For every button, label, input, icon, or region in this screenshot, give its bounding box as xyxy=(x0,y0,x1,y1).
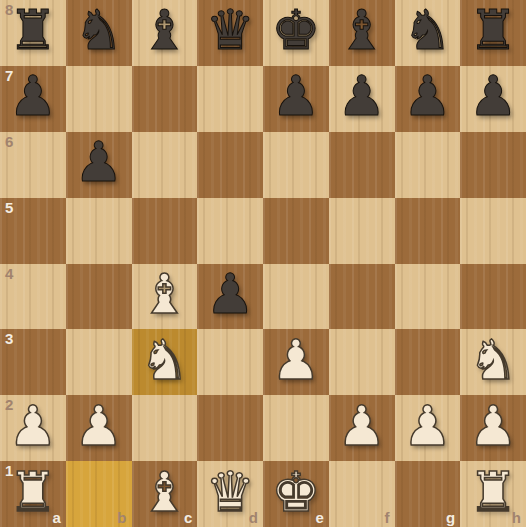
chess-board: 8♜♞♝♛♚♝♞♜7♟♟♟♟♟6♟54♝♟3♞♟♞2♟♟♟♟♟1a♜bc♝d♛e… xyxy=(0,0,526,527)
square-b3[interactable] xyxy=(66,329,132,395)
square-f8[interactable]: ♝ xyxy=(329,0,395,66)
rank-label-4: 4 xyxy=(5,265,13,282)
square-g6[interactable] xyxy=(395,132,461,198)
square-d3[interactable] xyxy=(197,329,263,395)
square-b7[interactable] xyxy=(66,66,132,132)
white-king-e1[interactable]: ♚ xyxy=(271,465,320,524)
rank-label-3: 3 xyxy=(5,330,13,347)
white-bishop-c1[interactable]: ♝ xyxy=(140,465,189,524)
black-bishop-c8[interactable]: ♝ xyxy=(140,3,189,62)
square-e3[interactable]: ♟ xyxy=(263,329,329,395)
square-b6[interactable]: ♟ xyxy=(66,132,132,198)
white-bishop-c4[interactable]: ♝ xyxy=(140,267,189,326)
square-b1[interactable]: b xyxy=(66,461,132,527)
square-h3[interactable]: ♞ xyxy=(460,329,526,395)
square-e2[interactable] xyxy=(263,395,329,461)
file-label-f: f xyxy=(385,509,390,526)
black-bishop-f8[interactable]: ♝ xyxy=(337,3,386,62)
black-rook-h8[interactable]: ♜ xyxy=(468,3,517,62)
white-pawn-e3[interactable]: ♟ xyxy=(271,333,320,392)
black-knight-g8[interactable]: ♞ xyxy=(403,3,452,62)
square-a8[interactable]: 8♜ xyxy=(0,0,66,66)
square-c2[interactable] xyxy=(132,395,198,461)
black-pawn-d4[interactable]: ♟ xyxy=(205,267,254,326)
square-b8[interactable]: ♞ xyxy=(66,0,132,66)
white-knight-c3[interactable]: ♞ xyxy=(140,333,189,392)
white-rook-a1[interactable]: ♜ xyxy=(8,465,57,524)
square-c6[interactable] xyxy=(132,132,198,198)
square-h4[interactable] xyxy=(460,264,526,330)
square-c4[interactable]: ♝ xyxy=(132,264,198,330)
white-queen-d1[interactable]: ♛ xyxy=(205,465,254,524)
black-knight-b8[interactable]: ♞ xyxy=(74,3,123,62)
square-d4[interactable]: ♟ xyxy=(197,264,263,330)
square-f2[interactable]: ♟ xyxy=(329,395,395,461)
file-label-b: b xyxy=(117,509,126,526)
square-b4[interactable] xyxy=(66,264,132,330)
white-pawn-h2[interactable]: ♟ xyxy=(468,399,517,458)
square-d6[interactable] xyxy=(197,132,263,198)
square-h6[interactable] xyxy=(460,132,526,198)
square-e7[interactable]: ♟ xyxy=(263,66,329,132)
square-c8[interactable]: ♝ xyxy=(132,0,198,66)
square-a5[interactable]: 5 xyxy=(0,198,66,264)
white-pawn-f2[interactable]: ♟ xyxy=(337,399,386,458)
square-a7[interactable]: 7♟ xyxy=(0,66,66,132)
black-pawn-f7[interactable]: ♟ xyxy=(337,69,386,128)
square-f4[interactable] xyxy=(329,264,395,330)
square-d5[interactable] xyxy=(197,198,263,264)
square-a2[interactable]: 2♟ xyxy=(0,395,66,461)
square-b2[interactable]: ♟ xyxy=(66,395,132,461)
square-a6[interactable]: 6 xyxy=(0,132,66,198)
square-g7[interactable]: ♟ xyxy=(395,66,461,132)
square-a1[interactable]: 1a♜ xyxy=(0,461,66,527)
square-h1[interactable]: h♜ xyxy=(460,461,526,527)
file-label-g: g xyxy=(446,509,455,526)
square-d8[interactable]: ♛ xyxy=(197,0,263,66)
square-e6[interactable] xyxy=(263,132,329,198)
rank-label-5: 5 xyxy=(5,199,13,216)
black-pawn-e7[interactable]: ♟ xyxy=(271,69,320,128)
square-a3[interactable]: 3 xyxy=(0,329,66,395)
black-rook-a8[interactable]: ♜ xyxy=(8,3,57,62)
square-e5[interactable] xyxy=(263,198,329,264)
square-f1[interactable]: f xyxy=(329,461,395,527)
square-e8[interactable]: ♚ xyxy=(263,0,329,66)
square-g5[interactable] xyxy=(395,198,461,264)
black-pawn-a7[interactable]: ♟ xyxy=(8,69,57,128)
square-c1[interactable]: c♝ xyxy=(132,461,198,527)
square-e1[interactable]: e♚ xyxy=(263,461,329,527)
black-pawn-g7[interactable]: ♟ xyxy=(403,69,452,128)
square-d7[interactable] xyxy=(197,66,263,132)
square-h5[interactable] xyxy=(460,198,526,264)
square-g1[interactable]: g xyxy=(395,461,461,527)
square-b5[interactable] xyxy=(66,198,132,264)
rank-label-6: 6 xyxy=(5,133,13,150)
square-g2[interactable]: ♟ xyxy=(395,395,461,461)
square-f7[interactable]: ♟ xyxy=(329,66,395,132)
square-c3[interactable]: ♞ xyxy=(132,329,198,395)
black-queen-d8[interactable]: ♛ xyxy=(205,3,254,62)
square-f3[interactable] xyxy=(329,329,395,395)
square-h8[interactable]: ♜ xyxy=(460,0,526,66)
black-pawn-h7[interactable]: ♟ xyxy=(468,69,517,128)
square-g4[interactable] xyxy=(395,264,461,330)
white-pawn-a2[interactable]: ♟ xyxy=(8,399,57,458)
square-c7[interactable] xyxy=(132,66,198,132)
square-g3[interactable] xyxy=(395,329,461,395)
square-a4[interactable]: 4 xyxy=(0,264,66,330)
white-rook-h1[interactable]: ♜ xyxy=(468,465,517,524)
white-pawn-b2[interactable]: ♟ xyxy=(74,399,123,458)
white-knight-h3[interactable]: ♞ xyxy=(468,333,517,392)
square-d2[interactable] xyxy=(197,395,263,461)
square-f6[interactable] xyxy=(329,132,395,198)
square-g8[interactable]: ♞ xyxy=(395,0,461,66)
square-c5[interactable] xyxy=(132,198,198,264)
square-f5[interactable] xyxy=(329,198,395,264)
square-e4[interactable] xyxy=(263,264,329,330)
square-d1[interactable]: d♛ xyxy=(197,461,263,527)
square-h2[interactable]: ♟ xyxy=(460,395,526,461)
black-pawn-b6[interactable]: ♟ xyxy=(74,135,123,194)
black-king-e8[interactable]: ♚ xyxy=(271,3,320,62)
white-pawn-g2[interactable]: ♟ xyxy=(403,399,452,458)
square-h7[interactable]: ♟ xyxy=(460,66,526,132)
